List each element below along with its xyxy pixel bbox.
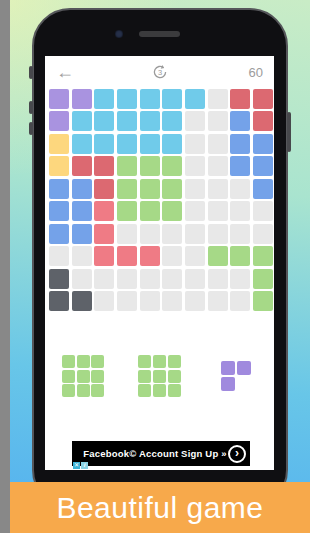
block-cell-blue — [72, 224, 92, 244]
piece-cell — [153, 384, 166, 397]
block-cell-green — [117, 201, 137, 221]
front-camera-icon — [115, 30, 123, 38]
undo-count: 3 — [157, 68, 161, 77]
block-cell-cyan — [117, 134, 137, 154]
block-cell-green — [230, 246, 250, 266]
piece-cell — [91, 355, 104, 368]
block-cell-green — [117, 156, 137, 176]
piece-cell — [221, 377, 235, 391]
block-cell-pink-red — [117, 246, 137, 266]
volume-up-button — [29, 101, 33, 114]
block-cell-cyan — [94, 134, 114, 154]
ad-controls: ✕ i — [73, 462, 88, 469]
ad-text: Facebook© Account Sign Up » — [82, 448, 228, 459]
empty-cell — [140, 291, 160, 311]
ad-banner[interactable]: Facebook© Account Sign Up » › — [72, 441, 250, 466]
empty-cell — [208, 224, 228, 244]
empty-cell — [72, 269, 92, 289]
block-cell-red — [94, 156, 114, 176]
score-label: 60 — [249, 65, 263, 80]
empty-cell — [185, 111, 205, 131]
block-cell-green — [162, 156, 182, 176]
empty-cell — [253, 224, 273, 244]
block-cell-green — [117, 179, 137, 199]
block-cell-blue — [253, 134, 273, 154]
app-store-screenshot: ← 3 60 Facebook© Account Sign Up » — [10, 0, 310, 533]
empty-cell — [140, 269, 160, 289]
empty-cell — [230, 201, 250, 221]
piece-cell — [62, 355, 75, 368]
block-cell-cyan — [185, 89, 205, 109]
piece-cell — [91, 370, 104, 383]
block-cell-red — [253, 89, 273, 109]
block-cell-green — [140, 201, 160, 221]
empty-cell — [185, 269, 205, 289]
volume-down-button — [29, 122, 33, 135]
block-cell-cyan — [162, 89, 182, 109]
piece-cell — [62, 370, 75, 383]
block-cell-pink-red — [94, 224, 114, 244]
game-board[interactable] — [49, 89, 273, 311]
block-cell-blue — [49, 224, 69, 244]
block-cell-dark-gray — [49, 269, 69, 289]
empty-cell — [208, 291, 228, 311]
block-cell-cyan — [140, 111, 160, 131]
mute-switch — [29, 66, 33, 79]
piece-cell — [77, 370, 90, 383]
empty-cell — [117, 224, 137, 244]
undo-refresh-icon[interactable]: 3 — [151, 63, 169, 81]
empty-cell — [185, 179, 205, 199]
piece-cell — [77, 355, 90, 368]
ad-chevron-button[interactable]: › — [228, 445, 246, 463]
block-cell-red — [253, 111, 273, 131]
block-cell-cyan — [117, 89, 137, 109]
game-screen: ← 3 60 Facebook© Account Sign Up » — [45, 56, 274, 470]
tray-slot-1[interactable] — [45, 352, 121, 400]
empty-cell — [208, 156, 228, 176]
piece-tray — [45, 352, 274, 400]
empty-cell — [94, 291, 114, 311]
block-cell-cyan — [94, 89, 114, 109]
block-cell-cyan — [140, 134, 160, 154]
block-cell-blue — [49, 179, 69, 199]
empty-cell — [185, 134, 205, 154]
empty-cell — [185, 156, 205, 176]
block-cell-yellow — [49, 134, 69, 154]
empty-cell — [230, 291, 250, 311]
piece-cell — [153, 355, 166, 368]
block-cell-red — [72, 156, 92, 176]
block-cell-pink-red — [94, 201, 114, 221]
block-cell-cyan — [162, 111, 182, 131]
piece-cell — [168, 355, 181, 368]
block-cell-blue — [72, 201, 92, 221]
piece-cell — [138, 384, 151, 397]
caption-text: Beautiful game — [56, 491, 263, 525]
block-cell-purple — [49, 89, 69, 109]
iphone-frame: ← 3 60 Facebook© Account Sign Up » — [32, 8, 288, 508]
empty-cell — [140, 224, 160, 244]
block-cell-blue — [72, 179, 92, 199]
empty-cell — [208, 111, 228, 131]
empty-cell — [208, 201, 228, 221]
block-cell-blue — [253, 179, 273, 199]
empty-cell — [208, 269, 228, 289]
empty-cell — [208, 179, 228, 199]
block-cell-cyan — [94, 111, 114, 131]
empty-cell — [230, 269, 250, 289]
empty-cell — [230, 224, 250, 244]
piece-green-square-3x3[interactable] — [62, 355, 104, 397]
block-cell-cyan — [117, 111, 137, 131]
empty-cell — [230, 179, 250, 199]
piece-cell — [221, 361, 235, 375]
empty-cell — [162, 224, 182, 244]
game-header: ← 3 60 — [45, 56, 274, 88]
block-cell-red — [94, 179, 114, 199]
caption-bar: Beautiful game — [10, 482, 310, 533]
block-cell-blue — [49, 201, 69, 221]
piece-cell — [168, 370, 181, 383]
empty-cell — [208, 134, 228, 154]
back-arrow-icon[interactable]: ← — [56, 63, 74, 81]
empty-cell — [162, 246, 182, 266]
block-cell-pink-red — [94, 246, 114, 266]
empty-cell — [117, 269, 137, 289]
piece-green-square-3x3[interactable] — [138, 355, 180, 397]
block-cell-blue — [230, 156, 250, 176]
empty-cell — [185, 246, 205, 266]
tray-slot-2[interactable] — [121, 352, 197, 400]
block-cell-green — [208, 246, 228, 266]
empty-cell — [185, 201, 205, 221]
block-cell-green — [140, 179, 160, 199]
empty-cell — [162, 291, 182, 311]
piece-cell — [77, 384, 90, 397]
ad-info-icon[interactable]: i — [81, 462, 88, 469]
block-cell-blue — [253, 156, 273, 176]
block-cell-cyan — [162, 134, 182, 154]
block-cell-dark-gray — [49, 291, 69, 311]
block-cell-blue — [230, 134, 250, 154]
block-cell-cyan — [72, 111, 92, 131]
block-cell-green — [253, 269, 273, 289]
piece-cell — [62, 384, 75, 397]
piece-cell — [153, 370, 166, 383]
empty-cell — [185, 291, 205, 311]
piece-cell — [138, 370, 151, 383]
empty-cell — [253, 201, 273, 221]
piece-cell — [168, 384, 181, 397]
piece-cell — [237, 361, 251, 375]
block-cell-blue — [230, 111, 250, 131]
block-cell-green — [162, 179, 182, 199]
empty-cell — [94, 269, 114, 289]
earpiece-speaker — [139, 31, 180, 37]
piece-cell — [138, 355, 151, 368]
block-cell-green — [140, 156, 160, 176]
empty-cell — [49, 246, 69, 266]
block-cell-green — [253, 291, 273, 311]
block-cell-purple — [72, 89, 92, 109]
piece-empty — [237, 377, 251, 391]
empty-cell — [162, 269, 182, 289]
block-cell-green — [253, 246, 273, 266]
circular-arrow-icon: 3 — [151, 63, 169, 81]
empty-cell — [117, 291, 137, 311]
empty-cell — [72, 246, 92, 266]
power-button — [287, 112, 291, 152]
block-cell-red — [230, 89, 250, 109]
empty-cell — [208, 89, 228, 109]
block-cell-cyan — [140, 89, 160, 109]
empty-cell — [185, 224, 205, 244]
piece-purple-corner[interactable] — [221, 361, 251, 391]
block-cell-yellow — [49, 156, 69, 176]
block-cell-pink-red — [140, 246, 160, 266]
block-cell-dark-gray — [72, 291, 92, 311]
block-cell-purple — [49, 111, 69, 131]
chevron-right-icon: › — [235, 447, 239, 459]
block-cell-cyan — [72, 134, 92, 154]
block-cell-green — [162, 201, 182, 221]
tray-slot-3[interactable] — [198, 352, 274, 400]
ad-close-icon[interactable]: ✕ — [73, 462, 80, 469]
piece-cell — [91, 384, 104, 397]
